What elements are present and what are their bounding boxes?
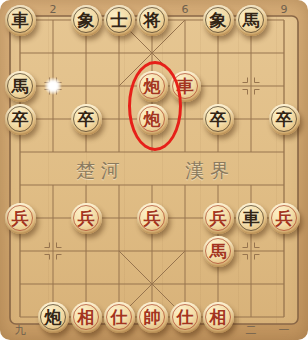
piece-black-chariot[interactable]: 車	[5, 5, 36, 36]
piece-black-pawn[interactable]: 卒	[71, 104, 102, 135]
red-chariot-glyph: 車	[177, 78, 194, 95]
piece-red-advisor[interactable]: 仕	[104, 302, 135, 333]
piece-red-horse[interactable]: 馬	[203, 236, 234, 267]
red-cannon-glyph: 炮	[144, 111, 161, 128]
black-advisor-glyph: 士	[111, 12, 128, 29]
piece-red-pawn[interactable]: 兵	[71, 203, 102, 234]
black-pawn-glyph: 卒	[276, 111, 293, 128]
black-chariot-glyph: 車	[243, 210, 260, 227]
piece-black-general[interactable]: 将	[137, 5, 168, 36]
black-elephant-glyph: 象	[210, 12, 227, 29]
black-horse-glyph: 馬	[12, 78, 29, 95]
red-horse-glyph: 馬	[210, 243, 227, 260]
piece-black-pawn[interactable]: 卒	[203, 104, 234, 135]
red-elephant-glyph: 相	[78, 309, 95, 326]
black-elephant-glyph: 象	[78, 12, 95, 29]
piece-black-elephant[interactable]: 象	[203, 5, 234, 36]
piece-red-elephant[interactable]: 相	[203, 302, 234, 333]
red-advisor-glyph: 仕	[177, 309, 194, 326]
red-cannon-glyph: 炮	[144, 78, 161, 95]
piece-red-elephant[interactable]: 相	[71, 302, 102, 333]
piece-black-chariot[interactable]: 車	[236, 203, 267, 234]
piece-red-cannon[interactable]: 炮	[137, 71, 168, 102]
piece-red-pawn[interactable]: 兵	[137, 203, 168, 234]
black-cannon-glyph: 炮	[45, 309, 62, 326]
piece-black-pawn[interactable]: 卒	[269, 104, 300, 135]
piece-black-elephant[interactable]: 象	[71, 5, 102, 36]
red-advisor-glyph: 仕	[111, 309, 128, 326]
piece-red-advisor[interactable]: 仕	[170, 302, 201, 333]
piece-black-pawn[interactable]: 卒	[5, 104, 36, 135]
piece-red-cannon[interactable]: 炮	[137, 104, 168, 135]
black-chariot-glyph: 車	[12, 12, 29, 29]
red-pawn-glyph: 兵	[210, 210, 227, 227]
piece-red-pawn[interactable]: 兵	[5, 203, 36, 234]
piece-black-horse[interactable]: 馬	[236, 5, 267, 36]
red-pawn-glyph: 兵	[276, 210, 293, 227]
red-pawn-glyph: 兵	[144, 210, 161, 227]
piece-black-cannon[interactable]: 炮	[38, 302, 69, 333]
piece-black-horse[interactable]: 馬	[5, 71, 36, 102]
piece-red-pawn[interactable]: 兵	[269, 203, 300, 234]
black-horse-glyph: 馬	[243, 12, 260, 29]
red-elephant-glyph: 相	[210, 309, 227, 326]
black-pawn-glyph: 卒	[12, 111, 29, 128]
piece-red-general[interactable]: 帥	[137, 302, 168, 333]
red-general-glyph: 帥	[144, 309, 161, 326]
black-pawn-glyph: 卒	[210, 111, 227, 128]
red-pawn-glyph: 兵	[12, 210, 29, 227]
piece-black-advisor[interactable]: 士	[104, 5, 135, 36]
red-pawn-glyph: 兵	[78, 210, 95, 227]
piece-red-pawn[interactable]: 兵	[203, 203, 234, 234]
xiangqi-app-window: 楚河 漢界 269 九二一 車象士将象馬馬炮車卒卒炮卒卒兵兵兵兵車兵馬炮相仕帥仕…	[0, 0, 308, 340]
piece-grid: 車象士将象馬馬炮車卒卒炮卒卒兵兵兵兵車兵馬炮相仕帥仕相	[4, 4, 301, 334]
black-general-glyph: 将	[144, 12, 161, 29]
piece-red-chariot[interactable]: 車	[170, 71, 201, 102]
black-pawn-glyph: 卒	[78, 111, 95, 128]
